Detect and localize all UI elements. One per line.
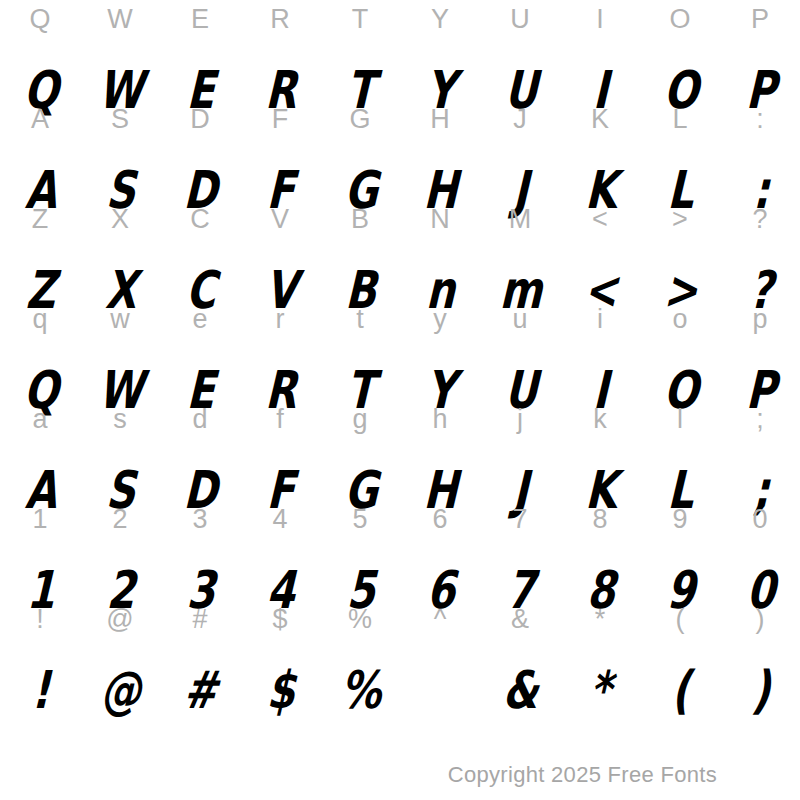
label-char: C [190, 206, 210, 233]
label-char: S [111, 106, 129, 133]
label-char: 4 [272, 506, 287, 533]
label-char: t [356, 306, 364, 333]
label-char: Z [32, 206, 49, 233]
label-cell: e [160, 305, 240, 333]
label-cell: P [720, 5, 800, 33]
label-cell: ; [720, 405, 800, 433]
label-char: X [111, 206, 129, 233]
label-char: V [271, 206, 289, 233]
label-char: G [349, 106, 370, 133]
label-char: B [351, 206, 369, 233]
label-cell: $ [240, 605, 320, 633]
label-cell: w [80, 305, 160, 333]
label-char: o [672, 306, 687, 333]
label-char: 0 [752, 506, 767, 533]
label-cell: B [320, 205, 400, 233]
label-cell: K [560, 105, 640, 133]
glyph-cell: ! [0, 656, 80, 716]
label-cell: p [720, 305, 800, 333]
label-char: U [510, 6, 530, 33]
label-char: d [192, 406, 207, 433]
label-cell: 7 [480, 505, 560, 533]
label-char: : [756, 106, 764, 133]
font-glyph-row: !@#$%&*() [0, 656, 800, 716]
label-char: 9 [672, 506, 687, 533]
label-char: f [276, 406, 284, 433]
label-cell: 0 [720, 505, 800, 533]
label-char: h [432, 406, 447, 433]
label-cell: Q [0, 5, 80, 33]
keyboard-label-row: ASDFGHJKL: [0, 105, 800, 133]
label-cell: 6 [400, 505, 480, 533]
label-char: 2 [112, 506, 127, 533]
label-char: K [591, 106, 609, 133]
label-cell: A [0, 105, 80, 133]
label-cell: C [160, 205, 240, 233]
label-char: T [352, 6, 369, 33]
label-char: 5 [352, 506, 367, 533]
label-char: $ [272, 606, 287, 633]
label-char: I [596, 6, 604, 33]
label-char: a [32, 406, 47, 433]
label-cell: t [320, 305, 400, 333]
label-char: g [352, 406, 367, 433]
label-cell: o [640, 305, 720, 333]
label-cell: @ [80, 605, 160, 633]
label-char: 8 [592, 506, 607, 533]
label-char: Q [29, 6, 50, 33]
label-cell: u [480, 305, 560, 333]
label-cell: 3 [160, 505, 240, 533]
label-char: % [348, 606, 372, 633]
label-cell: & [480, 605, 560, 633]
label-cell: Z [0, 205, 80, 233]
glyph-cell: ( [640, 656, 720, 716]
label-cell: 1 [0, 505, 80, 533]
label-char: N [430, 206, 450, 233]
label-cell: q [0, 305, 80, 333]
label-cell: D [160, 105, 240, 133]
label-cell: g [320, 405, 400, 433]
font-specimen-sheet: QWERTYUIOPQWERTYUIOPASDFGHJKL:ASDFGHJKL:… [0, 0, 800, 800]
label-char: r [276, 306, 285, 333]
glyph-cell: ) [720, 656, 800, 716]
label-cell: J [480, 105, 560, 133]
label-char: M [509, 206, 532, 233]
label-cell: ? [720, 205, 800, 233]
label-char: p [752, 306, 767, 333]
glyph-char: ( [671, 664, 692, 716]
label-cell: f [240, 405, 320, 433]
label-char: E [191, 6, 209, 33]
glyph-char: ! [31, 664, 52, 716]
label-char: 6 [432, 506, 447, 533]
label-cell: > [640, 205, 720, 233]
label-char: ^ [434, 606, 447, 633]
keyboard-label-row: !@#$%^&*() [0, 605, 800, 633]
glyph-cell: % [320, 656, 400, 716]
label-char: L [672, 106, 687, 133]
glyph-char: # [183, 664, 219, 716]
label-cell: 4 [240, 505, 320, 533]
label-char: 7 [512, 506, 527, 533]
glyph-char: ) [751, 664, 772, 716]
label-cell: ( [640, 605, 720, 633]
label-cell: 2 [80, 505, 160, 533]
label-char: 1 [32, 506, 47, 533]
glyph-cell: & [480, 656, 560, 716]
label-char: & [511, 606, 529, 633]
label-cell: U [480, 5, 560, 33]
label-cell: s [80, 405, 160, 433]
label-cell: i [560, 305, 640, 333]
label-char: O [669, 6, 690, 33]
label-cell: G [320, 105, 400, 133]
label-char: D [190, 106, 210, 133]
keyboard-label-row: 1234567890 [0, 505, 800, 533]
label-cell: ^ [400, 605, 480, 633]
label-char: l [677, 406, 683, 433]
keyboard-label-row: ZXCVBNM<>? [0, 205, 800, 233]
label-char: ; [756, 406, 764, 433]
label-cell: < [560, 205, 640, 233]
label-cell: Y [400, 5, 480, 33]
glyph-char: $ [266, 664, 296, 716]
label-cell: a [0, 405, 80, 433]
label-char: A [31, 106, 49, 133]
label-cell: l [640, 405, 720, 433]
label-cell: 9 [640, 505, 720, 533]
label-cell: d [160, 405, 240, 433]
label-cell: 5 [320, 505, 400, 533]
label-cell: S [80, 105, 160, 133]
label-cell: V [240, 205, 320, 233]
keyboard-label-row: QWERTYUIOP [0, 5, 800, 33]
label-char: e [192, 306, 207, 333]
glyph-cell: # [160, 656, 240, 716]
label-char: < [592, 206, 608, 233]
label-char: ) [756, 606, 765, 633]
label-char: s [113, 406, 127, 433]
label-cell: H [400, 105, 480, 133]
keyboard-label-row: qwertyuiop [0, 305, 800, 333]
label-char: ? [752, 206, 767, 233]
label-char: y [433, 306, 447, 333]
label-char: u [512, 306, 527, 333]
label-cell: T [320, 5, 400, 33]
label-char: 3 [192, 506, 207, 533]
label-char: w [110, 306, 130, 333]
label-cell: E [160, 5, 240, 33]
label-cell: F [240, 105, 320, 133]
label-char: q [32, 306, 47, 333]
glyph-char: % [340, 664, 383, 716]
glyph-cell: $ [240, 656, 320, 716]
label-cell: h [400, 405, 480, 433]
label-char: @ [106, 606, 133, 633]
label-char: ! [36, 606, 44, 633]
label-char: H [430, 106, 450, 133]
label-cell: ) [720, 605, 800, 633]
label-cell: % [320, 605, 400, 633]
label-cell: k [560, 405, 640, 433]
label-char: J [513, 106, 527, 133]
copyright-text: Copyright 2025 Free Fonts [448, 762, 717, 788]
label-char: R [270, 6, 290, 33]
label-char: i [597, 306, 603, 333]
label-char: > [672, 206, 688, 233]
glyph-cell: * [560, 656, 640, 716]
label-cell: ! [0, 605, 80, 633]
glyph-cell [400, 656, 480, 716]
label-cell: 8 [560, 505, 640, 533]
label-cell: # [160, 605, 240, 633]
label-char: F [272, 106, 289, 133]
label-cell: j [480, 405, 560, 433]
label-cell: r [240, 305, 320, 333]
label-char: j [517, 406, 523, 433]
label-cell: y [400, 305, 480, 333]
label-char: Y [431, 6, 449, 33]
label-char: W [107, 6, 132, 33]
glyph-char: & [502, 664, 540, 716]
keyboard-label-row: asdfghjkl; [0, 405, 800, 433]
label-cell: W [80, 5, 160, 33]
label-cell: R [240, 5, 320, 33]
glyph-cell: @ [80, 656, 160, 716]
label-cell: L [640, 105, 720, 133]
label-cell: I [560, 5, 640, 33]
label-char: P [751, 6, 769, 33]
label-cell: O [640, 5, 720, 33]
label-char: ( [676, 606, 685, 633]
glyph-char: @ [100, 664, 143, 716]
label-cell: M [480, 205, 560, 233]
label-cell: N [400, 205, 480, 233]
label-char: # [192, 606, 207, 633]
label-char: k [593, 406, 607, 433]
label-char: * [595, 606, 606, 633]
label-cell: * [560, 605, 640, 633]
glyph-char: * [589, 664, 612, 716]
label-cell: X [80, 205, 160, 233]
label-cell: : [720, 105, 800, 133]
